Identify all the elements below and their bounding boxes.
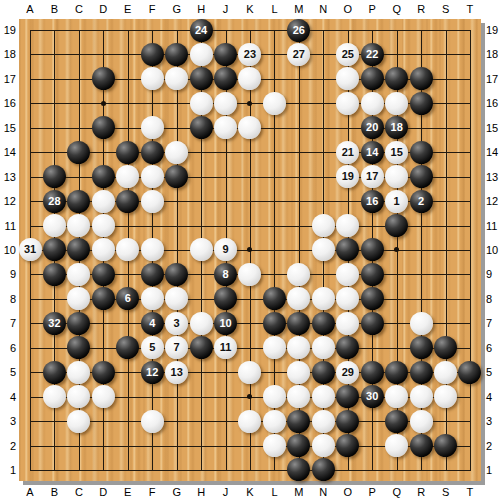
point-Q16[interactable] [385,91,409,115]
point-R15[interactable] [409,116,433,140]
point-A11[interactable] [18,214,42,238]
point-M16[interactable] [287,91,311,115]
point-M1[interactable] [287,458,311,482]
point-J11[interactable] [214,214,238,238]
point-T14[interactable] [458,140,482,164]
point-S15[interactable] [434,116,458,140]
point-H13[interactable] [189,165,213,189]
point-L18[interactable] [262,42,286,66]
point-G18[interactable] [165,42,189,66]
point-O3[interactable] [336,409,360,433]
point-N7[interactable] [311,311,335,335]
point-E18[interactable] [116,42,140,66]
point-F18[interactable] [140,42,164,66]
point-B8[interactable] [42,287,66,311]
point-A10[interactable]: 31 [18,238,42,262]
point-K12[interactable] [238,189,262,213]
point-H12[interactable] [189,189,213,213]
point-D4[interactable] [91,385,115,409]
point-T2[interactable] [458,434,482,458]
point-B2[interactable] [42,434,66,458]
point-A16[interactable] [18,91,42,115]
point-L19[interactable] [262,18,286,42]
point-S10[interactable] [434,238,458,262]
point-H17[interactable] [189,67,213,91]
point-Q14[interactable]: 15 [385,140,409,164]
point-C7[interactable] [67,311,91,335]
point-O19[interactable] [336,18,360,42]
point-N2[interactable] [311,434,335,458]
point-L14[interactable] [262,140,286,164]
point-G13[interactable] [165,165,189,189]
point-A15[interactable] [18,116,42,140]
point-E3[interactable] [116,409,140,433]
point-F16[interactable] [140,91,164,115]
point-Q6[interactable] [385,336,409,360]
point-N14[interactable] [311,140,335,164]
point-M10[interactable] [287,238,311,262]
point-B12[interactable]: 28 [42,189,66,213]
point-A9[interactable] [18,262,42,286]
point-Q9[interactable] [385,262,409,286]
point-C19[interactable] [67,18,91,42]
point-M3[interactable] [287,409,311,433]
point-K10[interactable] [238,238,262,262]
point-K1[interactable] [238,458,262,482]
point-G1[interactable] [165,458,189,482]
point-H15[interactable] [189,116,213,140]
point-M19[interactable]: 26 [287,18,311,42]
point-B5[interactable] [42,360,66,384]
point-D1[interactable] [91,458,115,482]
point-S7[interactable] [434,311,458,335]
point-Q2[interactable] [385,434,409,458]
point-D3[interactable] [91,409,115,433]
point-T17[interactable] [458,67,482,91]
point-C8[interactable] [67,287,91,311]
point-O6[interactable] [336,336,360,360]
point-G14[interactable] [165,140,189,164]
point-C2[interactable] [67,434,91,458]
point-C14[interactable] [67,140,91,164]
point-T19[interactable] [458,18,482,42]
point-F1[interactable] [140,458,164,482]
point-D19[interactable] [91,18,115,42]
point-C1[interactable] [67,458,91,482]
point-M12[interactable] [287,189,311,213]
point-B4[interactable] [42,385,66,409]
point-L11[interactable] [262,214,286,238]
point-E12[interactable] [116,189,140,213]
point-J6[interactable]: 11 [214,336,238,360]
point-Q8[interactable] [385,287,409,311]
point-S17[interactable] [434,67,458,91]
point-M8[interactable] [287,287,311,311]
point-D13[interactable] [91,165,115,189]
point-D15[interactable] [91,116,115,140]
point-C6[interactable] [67,336,91,360]
point-J19[interactable] [214,18,238,42]
point-R7[interactable] [409,311,433,335]
point-A17[interactable] [18,67,42,91]
point-G7[interactable]: 3 [165,311,189,335]
point-D11[interactable] [91,214,115,238]
point-K3[interactable] [238,409,262,433]
point-K2[interactable] [238,434,262,458]
point-N4[interactable] [311,385,335,409]
point-F14[interactable] [140,140,164,164]
point-K14[interactable] [238,140,262,164]
point-H3[interactable] [189,409,213,433]
point-N17[interactable] [311,67,335,91]
point-H8[interactable] [189,287,213,311]
point-L7[interactable] [262,311,286,335]
point-P10[interactable] [360,238,384,262]
point-B1[interactable] [42,458,66,482]
point-G12[interactable] [165,189,189,213]
point-R14[interactable] [409,140,433,164]
point-N8[interactable] [311,287,335,311]
point-L6[interactable] [262,336,286,360]
point-K6[interactable] [238,336,262,360]
point-S9[interactable] [434,262,458,286]
point-K19[interactable] [238,18,262,42]
point-N9[interactable] [311,262,335,286]
point-H6[interactable] [189,336,213,360]
point-G11[interactable] [165,214,189,238]
point-Q13[interactable] [385,165,409,189]
point-G17[interactable] [165,67,189,91]
point-O7[interactable] [336,311,360,335]
point-K17[interactable] [238,67,262,91]
point-O9[interactable] [336,262,360,286]
point-G2[interactable] [165,434,189,458]
point-P15[interactable]: 20 [360,116,384,140]
point-M13[interactable] [287,165,311,189]
point-H9[interactable] [189,262,213,286]
point-F5[interactable]: 12 [140,360,164,384]
point-N6[interactable] [311,336,335,360]
point-P9[interactable] [360,262,384,286]
point-D18[interactable] [91,42,115,66]
point-J17[interactable] [214,67,238,91]
point-J12[interactable] [214,189,238,213]
point-E8[interactable]: 6 [116,287,140,311]
point-E4[interactable] [116,385,140,409]
point-D17[interactable] [91,67,115,91]
point-E16[interactable] [116,91,140,115]
point-C5[interactable] [67,360,91,384]
point-G10[interactable] [165,238,189,262]
point-G9[interactable] [165,262,189,286]
point-N10[interactable] [311,238,335,262]
point-T1[interactable] [458,458,482,482]
point-O2[interactable] [336,434,360,458]
point-Q12[interactable]: 1 [385,189,409,213]
point-K7[interactable] [238,311,262,335]
point-F9[interactable] [140,262,164,286]
point-O14[interactable]: 21 [336,140,360,164]
point-S13[interactable] [434,165,458,189]
point-M4[interactable] [287,385,311,409]
point-E9[interactable] [116,262,140,286]
point-O5[interactable]: 29 [336,360,360,384]
point-G19[interactable] [165,18,189,42]
point-F3[interactable] [140,409,164,433]
point-Q5[interactable] [385,360,409,384]
point-J14[interactable] [214,140,238,164]
point-T10[interactable] [458,238,482,262]
point-B18[interactable] [42,42,66,66]
point-D12[interactable] [91,189,115,213]
point-B17[interactable] [42,67,66,91]
point-E19[interactable] [116,18,140,42]
point-P12[interactable]: 16 [360,189,384,213]
point-N19[interactable] [311,18,335,42]
point-J10[interactable]: 9 [214,238,238,262]
point-P4[interactable]: 30 [360,385,384,409]
point-T7[interactable] [458,311,482,335]
point-T16[interactable] [458,91,482,115]
point-K13[interactable] [238,165,262,189]
point-T12[interactable] [458,189,482,213]
point-L17[interactable] [262,67,286,91]
point-G8[interactable] [165,287,189,311]
point-K15[interactable] [238,116,262,140]
point-G16[interactable] [165,91,189,115]
point-S2[interactable] [434,434,458,458]
point-R3[interactable] [409,409,433,433]
point-Q7[interactable] [385,311,409,335]
point-O1[interactable] [336,458,360,482]
point-H14[interactable] [189,140,213,164]
point-N11[interactable] [311,214,335,238]
point-O17[interactable] [336,67,360,91]
point-P16[interactable] [360,91,384,115]
point-P18[interactable]: 22 [360,42,384,66]
point-D16[interactable] [91,91,115,115]
point-D7[interactable] [91,311,115,335]
point-H1[interactable] [189,458,213,482]
point-N1[interactable] [311,458,335,482]
point-O18[interactable]: 25 [336,42,360,66]
point-P17[interactable] [360,67,384,91]
point-B11[interactable] [42,214,66,238]
point-F4[interactable] [140,385,164,409]
point-M2[interactable] [287,434,311,458]
point-J8[interactable] [214,287,238,311]
point-L16[interactable] [262,91,286,115]
point-E11[interactable] [116,214,140,238]
point-F11[interactable] [140,214,164,238]
point-K16[interactable] [238,91,262,115]
point-N12[interactable] [311,189,335,213]
point-J2[interactable] [214,434,238,458]
point-N18[interactable] [311,42,335,66]
point-E5[interactable] [116,360,140,384]
point-L10[interactable] [262,238,286,262]
point-L1[interactable] [262,458,286,482]
point-B16[interactable] [42,91,66,115]
point-S6[interactable] [434,336,458,360]
point-T6[interactable] [458,336,482,360]
point-E1[interactable] [116,458,140,482]
point-C12[interactable] [67,189,91,213]
point-M11[interactable] [287,214,311,238]
point-A5[interactable] [18,360,42,384]
point-P2[interactable] [360,434,384,458]
point-R12[interactable]: 2 [409,189,433,213]
point-Q19[interactable] [385,18,409,42]
point-T3[interactable] [458,409,482,433]
point-F10[interactable] [140,238,164,262]
point-M7[interactable] [287,311,311,335]
point-G3[interactable] [165,409,189,433]
point-P11[interactable] [360,214,384,238]
point-C13[interactable] [67,165,91,189]
point-R6[interactable] [409,336,433,360]
point-F19[interactable] [140,18,164,42]
point-B15[interactable] [42,116,66,140]
point-A2[interactable] [18,434,42,458]
point-R17[interactable] [409,67,433,91]
point-O10[interactable] [336,238,360,262]
point-G4[interactable] [165,385,189,409]
point-A8[interactable] [18,287,42,311]
point-F15[interactable] [140,116,164,140]
point-F12[interactable] [140,189,164,213]
point-A12[interactable] [18,189,42,213]
point-S1[interactable] [434,458,458,482]
point-A3[interactable] [18,409,42,433]
point-O15[interactable] [336,116,360,140]
point-R16[interactable] [409,91,433,115]
point-E17[interactable] [116,67,140,91]
point-F2[interactable] [140,434,164,458]
point-O4[interactable] [336,385,360,409]
point-F6[interactable]: 5 [140,336,164,360]
point-Q18[interactable] [385,42,409,66]
point-S3[interactable] [434,409,458,433]
point-L15[interactable] [262,116,286,140]
point-P14[interactable]: 14 [360,140,384,164]
point-M14[interactable] [287,140,311,164]
point-B6[interactable] [42,336,66,360]
point-C4[interactable] [67,385,91,409]
point-S11[interactable] [434,214,458,238]
point-Q3[interactable] [385,409,409,433]
point-S12[interactable] [434,189,458,213]
point-R8[interactable] [409,287,433,311]
point-T13[interactable] [458,165,482,189]
point-P6[interactable] [360,336,384,360]
point-L8[interactable] [262,287,286,311]
point-H11[interactable] [189,214,213,238]
point-B3[interactable] [42,409,66,433]
point-S16[interactable] [434,91,458,115]
point-J5[interactable] [214,360,238,384]
point-J3[interactable] [214,409,238,433]
point-C18[interactable] [67,42,91,66]
point-F13[interactable] [140,165,164,189]
point-R9[interactable] [409,262,433,286]
point-F8[interactable] [140,287,164,311]
point-C16[interactable] [67,91,91,115]
point-R4[interactable] [409,385,433,409]
point-A13[interactable] [18,165,42,189]
point-A1[interactable] [18,458,42,482]
point-C17[interactable] [67,67,91,91]
point-B13[interactable] [42,165,66,189]
point-O11[interactable] [336,214,360,238]
point-T8[interactable] [458,287,482,311]
point-J15[interactable] [214,116,238,140]
point-E7[interactable] [116,311,140,335]
point-A4[interactable] [18,385,42,409]
point-T4[interactable] [458,385,482,409]
point-D10[interactable] [91,238,115,262]
point-E2[interactable] [116,434,140,458]
point-Q1[interactable] [385,458,409,482]
point-P7[interactable] [360,311,384,335]
point-M15[interactable] [287,116,311,140]
point-J1[interactable] [214,458,238,482]
point-O8[interactable] [336,287,360,311]
point-O16[interactable] [336,91,360,115]
point-K18[interactable]: 23 [238,42,262,66]
point-Q17[interactable] [385,67,409,91]
point-H19[interactable]: 24 [189,18,213,42]
point-F17[interactable] [140,67,164,91]
point-D9[interactable] [91,262,115,286]
point-M6[interactable] [287,336,311,360]
point-L13[interactable] [262,165,286,189]
point-T5[interactable] [458,360,482,384]
point-B19[interactable] [42,18,66,42]
point-N3[interactable] [311,409,335,433]
point-R5[interactable] [409,360,433,384]
point-R1[interactable] [409,458,433,482]
point-G6[interactable]: 7 [165,336,189,360]
point-A18[interactable] [18,42,42,66]
point-C10[interactable] [67,238,91,262]
point-P3[interactable] [360,409,384,433]
point-E15[interactable] [116,116,140,140]
point-P5[interactable] [360,360,384,384]
point-S5[interactable] [434,360,458,384]
point-D5[interactable] [91,360,115,384]
point-H7[interactable] [189,311,213,335]
point-N13[interactable] [311,165,335,189]
point-A7[interactable] [18,311,42,335]
point-Q15[interactable]: 18 [385,116,409,140]
point-C11[interactable] [67,214,91,238]
point-G15[interactable] [165,116,189,140]
point-E13[interactable] [116,165,140,189]
point-C9[interactable] [67,262,91,286]
point-E14[interactable] [116,140,140,164]
point-M18[interactable]: 27 [287,42,311,66]
point-S8[interactable] [434,287,458,311]
point-R11[interactable] [409,214,433,238]
point-F7[interactable]: 4 [140,311,164,335]
point-S4[interactable] [434,385,458,409]
point-J13[interactable] [214,165,238,189]
point-K9[interactable] [238,262,262,286]
point-K11[interactable] [238,214,262,238]
point-H5[interactable] [189,360,213,384]
point-N16[interactable] [311,91,335,115]
